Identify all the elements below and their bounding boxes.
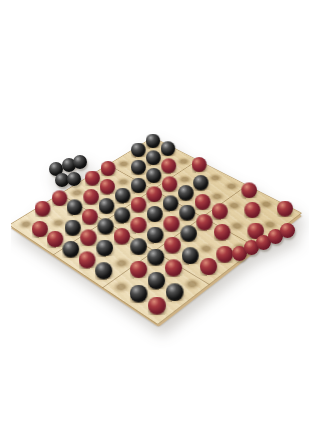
red-marble[interactable] <box>82 209 98 225</box>
red-marble[interactable] <box>216 246 233 263</box>
red-marble[interactable] <box>85 171 100 186</box>
black-marble[interactable] <box>67 199 83 215</box>
red-marble[interactable] <box>146 187 162 203</box>
red-marble[interactable] <box>130 217 146 233</box>
black-marble[interactable] <box>182 247 199 264</box>
red-marble[interactable] <box>130 260 147 277</box>
black-marble[interactable] <box>115 188 131 204</box>
black-marble[interactable] <box>131 143 146 158</box>
black-marble[interactable] <box>146 168 161 183</box>
red-marble[interactable] <box>35 201 51 217</box>
red-marble[interactable] <box>244 202 260 218</box>
black-marble[interactable] <box>130 284 148 302</box>
black-marble[interactable] <box>147 206 163 222</box>
red-marble[interactable] <box>196 214 212 230</box>
black-marble[interactable] <box>130 238 147 255</box>
black-marble[interactable] <box>73 155 87 169</box>
red-marble[interactable] <box>214 224 230 240</box>
black-marble[interactable] <box>147 227 163 243</box>
black-marble[interactable] <box>166 283 184 301</box>
red-marble[interactable] <box>131 197 147 213</box>
red-marble[interactable] <box>164 237 181 254</box>
black-marble[interactable] <box>95 262 112 279</box>
red-marble[interactable] <box>81 229 97 245</box>
black-marble[interactable] <box>148 272 165 289</box>
black-marble[interactable] <box>179 205 195 221</box>
red-marble[interactable] <box>280 223 295 238</box>
black-marble[interactable] <box>193 175 208 190</box>
red-marble[interactable] <box>47 231 63 247</box>
red-marble[interactable] <box>163 215 179 231</box>
red-marble[interactable] <box>52 190 68 206</box>
product-photo-stage <box>11 0 309 448</box>
black-marble[interactable] <box>97 239 114 256</box>
red-marble[interactable] <box>211 203 227 219</box>
board-scene <box>11 0 309 448</box>
red-marble[interactable] <box>101 161 116 176</box>
red-marble[interactable] <box>148 296 166 314</box>
red-marble[interactable] <box>100 179 115 194</box>
red-marble[interactable] <box>161 159 176 174</box>
black-marble[interactable] <box>178 185 194 201</box>
red-marble[interactable] <box>200 258 217 275</box>
black-marble[interactable] <box>161 142 176 157</box>
black-marble[interactable] <box>180 225 196 241</box>
black-marble[interactable] <box>147 248 164 265</box>
red-marble[interactable] <box>114 228 130 244</box>
red-marble[interactable] <box>84 189 100 205</box>
red-marble[interactable] <box>162 177 177 192</box>
red-marble[interactable] <box>32 221 48 237</box>
black-marble[interactable] <box>163 195 179 211</box>
black-marble[interactable] <box>131 160 146 175</box>
black-marble[interactable] <box>63 241 80 258</box>
red-marble[interactable] <box>194 194 210 210</box>
red-marble[interactable] <box>165 259 182 276</box>
red-marble[interactable] <box>276 201 292 217</box>
black-marble[interactable] <box>67 172 81 186</box>
black-marble[interactable] <box>114 207 130 223</box>
red-marble[interactable] <box>191 157 206 172</box>
black-marble[interactable] <box>99 198 115 214</box>
black-marble[interactable] <box>98 218 114 234</box>
red-marble[interactable] <box>241 183 257 199</box>
black-marble[interactable] <box>131 178 146 193</box>
red-marble[interactable] <box>79 251 96 268</box>
black-marble[interactable] <box>65 220 81 236</box>
black-marble[interactable] <box>146 134 160 148</box>
black-marble[interactable] <box>146 151 161 166</box>
